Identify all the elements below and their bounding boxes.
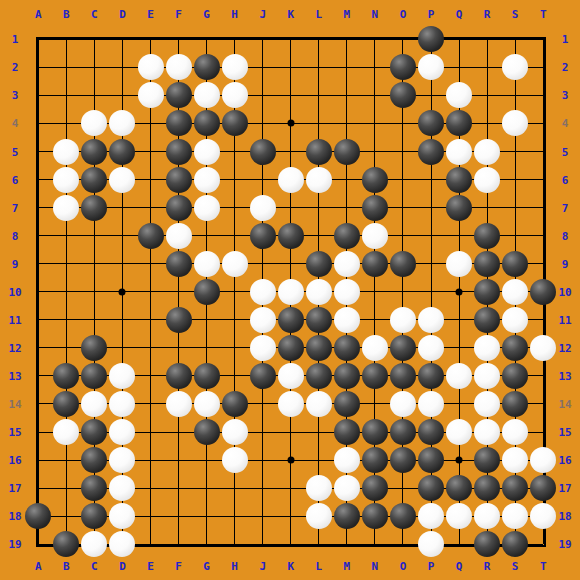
white-stone-P18[interactable] — [418, 503, 444, 529]
column-label-top-G: G — [203, 8, 210, 21]
white-stone-J10[interactable] — [250, 279, 276, 305]
row-label-left-5: 5 — [12, 145, 19, 158]
black-stone-S19[interactable] — [502, 531, 528, 557]
row-label-left-18: 18 — [8, 510, 21, 523]
white-stone-M16[interactable] — [334, 447, 360, 473]
column-label-top-J: J — [259, 8, 266, 21]
black-stone-O9[interactable] — [390, 251, 416, 277]
black-stone-R16[interactable] — [474, 447, 500, 473]
black-stone-K11[interactable] — [278, 307, 304, 333]
white-stone-C4[interactable] — [81, 110, 107, 136]
black-stone-F3[interactable] — [166, 82, 192, 108]
white-stone-H2[interactable] — [222, 54, 248, 80]
black-stone-M5[interactable] — [334, 139, 360, 165]
white-stone-D4[interactable] — [109, 110, 135, 136]
white-stone-B7[interactable] — [53, 195, 79, 221]
white-stone-J11[interactable] — [250, 307, 276, 333]
white-stone-R5[interactable] — [474, 139, 500, 165]
column-label-top-H: H — [231, 8, 238, 21]
white-stone-Q13[interactable] — [446, 363, 472, 389]
white-stone-G14[interactable] — [194, 391, 220, 417]
column-label-bottom-S: S — [512, 560, 519, 573]
white-stone-G7[interactable] — [194, 195, 220, 221]
column-label-top-C: C — [91, 8, 98, 21]
black-stone-L5[interactable] — [306, 139, 332, 165]
white-stone-R15[interactable] — [474, 419, 500, 445]
white-stone-J7[interactable] — [250, 195, 276, 221]
black-stone-J13[interactable] — [250, 363, 276, 389]
column-label-bottom-N: N — [372, 560, 379, 573]
white-stone-D13[interactable] — [109, 363, 135, 389]
white-stone-K6[interactable] — [278, 167, 304, 193]
black-stone-H14[interactable] — [222, 391, 248, 417]
white-stone-R6[interactable] — [474, 167, 500, 193]
column-label-top-T: T — [540, 8, 547, 21]
column-label-top-O: O — [400, 8, 407, 21]
row-label-left-11: 11 — [8, 313, 21, 326]
white-stone-S4[interactable] — [502, 110, 528, 136]
row-label-left-9: 9 — [12, 257, 19, 270]
black-stone-C6[interactable] — [81, 167, 107, 193]
white-stone-D17[interactable] — [109, 475, 135, 501]
white-stone-F2[interactable] — [166, 54, 192, 80]
black-stone-O3[interactable] — [390, 82, 416, 108]
white-stone-C14[interactable] — [81, 391, 107, 417]
column-label-bottom-B: B — [63, 560, 70, 573]
row-label-left-10: 10 — [8, 285, 21, 298]
black-stone-O12[interactable] — [390, 335, 416, 361]
row-label-right-5: 5 — [562, 145, 569, 158]
white-stone-P19[interactable] — [418, 531, 444, 557]
black-stone-B13[interactable] — [53, 363, 79, 389]
white-stone-P12[interactable] — [418, 335, 444, 361]
black-stone-J8[interactable] — [250, 223, 276, 249]
black-stone-Q6[interactable] — [446, 167, 472, 193]
black-stone-F9[interactable] — [166, 251, 192, 277]
white-stone-S11[interactable] — [502, 307, 528, 333]
white-stone-K13[interactable] — [278, 363, 304, 389]
white-stone-E2[interactable] — [138, 54, 164, 80]
row-label-left-6: 6 — [12, 173, 19, 186]
white-stone-R14[interactable] — [474, 391, 500, 417]
black-stone-N16[interactable] — [362, 447, 388, 473]
black-stone-S13[interactable] — [502, 363, 528, 389]
black-stone-M14[interactable] — [334, 391, 360, 417]
black-stone-O15[interactable] — [390, 419, 416, 445]
white-stone-L6[interactable] — [306, 167, 332, 193]
row-label-right-1: 1 — [562, 33, 569, 46]
row-label-left-12: 12 — [8, 341, 21, 354]
row-label-right-10: 10 — [558, 285, 571, 298]
black-stone-Q7[interactable] — [446, 195, 472, 221]
column-label-bottom-J: J — [259, 560, 266, 573]
white-stone-K14[interactable] — [278, 391, 304, 417]
row-label-right-18: 18 — [558, 510, 571, 523]
white-stone-M9[interactable] — [334, 251, 360, 277]
black-stone-M13[interactable] — [334, 363, 360, 389]
white-stone-F8[interactable] — [166, 223, 192, 249]
black-stone-P13[interactable] — [418, 363, 444, 389]
hoshi-point-Q10 — [456, 288, 463, 295]
black-stone-O18[interactable] — [390, 503, 416, 529]
white-stone-R18[interactable] — [474, 503, 500, 529]
column-label-bottom-Q: Q — [456, 560, 463, 573]
black-stone-O16[interactable] — [390, 447, 416, 473]
black-stone-G15[interactable] — [194, 419, 220, 445]
white-stone-T16[interactable] — [530, 447, 556, 473]
white-stone-G3[interactable] — [194, 82, 220, 108]
row-label-right-9: 9 — [562, 257, 569, 270]
row-label-right-13: 13 — [558, 369, 571, 382]
white-stone-E3[interactable] — [138, 82, 164, 108]
black-stone-N13[interactable] — [362, 363, 388, 389]
white-stone-L10[interactable] — [306, 279, 332, 305]
black-stone-C5[interactable] — [81, 139, 107, 165]
black-stone-M12[interactable] — [334, 335, 360, 361]
black-stone-A18[interactable] — [25, 503, 51, 529]
column-label-top-F: F — [175, 8, 182, 21]
black-stone-F11[interactable] — [166, 307, 192, 333]
column-label-top-E: E — [147, 8, 154, 21]
black-stone-J5[interactable] — [250, 139, 276, 165]
black-stone-R11[interactable] — [474, 307, 500, 333]
black-stone-L9[interactable] — [306, 251, 332, 277]
hoshi-point-K16 — [287, 457, 294, 464]
column-label-bottom-K: K — [287, 560, 294, 573]
white-stone-L14[interactable] — [306, 391, 332, 417]
column-label-top-P: P — [428, 8, 435, 21]
hoshi-point-K4 — [287, 120, 294, 127]
black-stone-R19[interactable] — [474, 531, 500, 557]
white-stone-B15[interactable] — [53, 419, 79, 445]
white-stone-P14[interactable] — [418, 391, 444, 417]
row-label-left-13: 13 — [8, 369, 21, 382]
black-stone-S12[interactable] — [502, 335, 528, 361]
column-label-bottom-M: M — [344, 560, 351, 573]
black-stone-N6[interactable] — [362, 167, 388, 193]
black-stone-G13[interactable] — [194, 363, 220, 389]
black-stone-F13[interactable] — [166, 363, 192, 389]
column-label-bottom-E: E — [147, 560, 154, 573]
white-stone-D14[interactable] — [109, 391, 135, 417]
go-board-app: ABCDEFGHJKLMNOPQRST ABCDEFGHJKLMNOPQRST … — [0, 0, 580, 580]
white-stone-B5[interactable] — [53, 139, 79, 165]
white-stone-R12[interactable] — [474, 335, 500, 361]
column-label-bottom-L: L — [315, 560, 322, 573]
black-stone-B19[interactable] — [53, 531, 79, 557]
column-label-bottom-R: R — [484, 560, 491, 573]
black-stone-T10[interactable] — [530, 279, 556, 305]
column-label-bottom-O: O — [400, 560, 407, 573]
white-stone-H9[interactable] — [222, 251, 248, 277]
column-label-top-N: N — [372, 8, 379, 21]
column-label-bottom-C: C — [91, 560, 98, 573]
black-stone-C7[interactable] — [81, 195, 107, 221]
black-stone-E8[interactable] — [138, 223, 164, 249]
row-label-right-12: 12 — [558, 341, 571, 354]
black-stone-R17[interactable] — [474, 475, 500, 501]
white-stone-M17[interactable] — [334, 475, 360, 501]
black-stone-C16[interactable] — [81, 447, 107, 473]
white-stone-G6[interactable] — [194, 167, 220, 193]
black-stone-C15[interactable] — [81, 419, 107, 445]
black-stone-S9[interactable] — [502, 251, 528, 277]
black-stone-C12[interactable] — [81, 335, 107, 361]
black-stone-N7[interactable] — [362, 195, 388, 221]
white-stone-G9[interactable] — [194, 251, 220, 277]
white-stone-M11[interactable] — [334, 307, 360, 333]
black-stone-P1[interactable] — [418, 26, 444, 52]
row-label-left-4: 4 — [12, 117, 19, 130]
row-label-left-14: 14 — [8, 397, 21, 410]
row-label-right-14: 14 — [558, 397, 571, 410]
black-stone-O2[interactable] — [390, 54, 416, 80]
white-stone-H15[interactable] — [222, 419, 248, 445]
column-label-top-M: M — [344, 8, 351, 21]
black-stone-P15[interactable] — [418, 419, 444, 445]
black-stone-D5[interactable] — [109, 139, 135, 165]
column-label-bottom-D: D — [119, 560, 126, 573]
white-stone-O14[interactable] — [390, 391, 416, 417]
black-stone-R8[interactable] — [474, 223, 500, 249]
black-stone-C18[interactable] — [81, 503, 107, 529]
white-stone-R13[interactable] — [474, 363, 500, 389]
row-label-right-2: 2 — [562, 61, 569, 74]
white-stone-K10[interactable] — [278, 279, 304, 305]
black-stone-L11[interactable] — [306, 307, 332, 333]
black-stone-L13[interactable] — [306, 363, 332, 389]
white-stone-Q5[interactable] — [446, 139, 472, 165]
column-label-top-K: K — [287, 8, 294, 21]
white-stone-D18[interactable] — [109, 503, 135, 529]
black-stone-P4[interactable] — [418, 110, 444, 136]
black-stone-N18[interactable] — [362, 503, 388, 529]
row-label-left-16: 16 — [8, 454, 21, 467]
white-stone-S10[interactable] — [502, 279, 528, 305]
row-label-right-4: 4 — [562, 117, 569, 130]
black-stone-F4[interactable] — [166, 110, 192, 136]
row-label-right-3: 3 — [562, 89, 569, 102]
white-stone-H16[interactable] — [222, 447, 248, 473]
black-stone-G10[interactable] — [194, 279, 220, 305]
row-label-left-17: 17 — [8, 482, 21, 495]
black-stone-G2[interactable] — [194, 54, 220, 80]
black-stone-S14[interactable] — [502, 391, 528, 417]
white-stone-C19[interactable] — [81, 531, 107, 557]
black-stone-K12[interactable] — [278, 335, 304, 361]
black-stone-O13[interactable] — [390, 363, 416, 389]
column-label-top-B: B — [63, 8, 70, 21]
column-label-top-Q: Q — [456, 8, 463, 21]
black-stone-M8[interactable] — [334, 223, 360, 249]
black-stone-L12[interactable] — [306, 335, 332, 361]
column-label-bottom-G: G — [203, 560, 210, 573]
black-stone-N15[interactable] — [362, 419, 388, 445]
column-label-top-A: A — [35, 8, 42, 21]
hoshi-point-Q16 — [456, 457, 463, 464]
white-stone-O11[interactable] — [390, 307, 416, 333]
white-stone-G5[interactable] — [194, 139, 220, 165]
black-stone-B14[interactable] — [53, 391, 79, 417]
white-stone-H3[interactable] — [222, 82, 248, 108]
column-label-bottom-T: T — [540, 560, 547, 573]
white-stone-B6[interactable] — [53, 167, 79, 193]
white-stone-P2[interactable] — [418, 54, 444, 80]
black-stone-Q17[interactable] — [446, 475, 472, 501]
black-stone-R10[interactable] — [474, 279, 500, 305]
white-stone-S16[interactable] — [502, 447, 528, 473]
black-stone-F5[interactable] — [166, 139, 192, 165]
black-stone-F7[interactable] — [166, 195, 192, 221]
row-label-left-7: 7 — [12, 201, 19, 214]
black-stone-K8[interactable] — [278, 223, 304, 249]
row-label-right-8: 8 — [562, 229, 569, 242]
column-label-bottom-F: F — [175, 560, 182, 573]
white-stone-L17[interactable] — [306, 475, 332, 501]
hoshi-point-D10 — [119, 288, 126, 295]
white-stone-D16[interactable] — [109, 447, 135, 473]
white-stone-D6[interactable] — [109, 167, 135, 193]
black-stone-T17[interactable] — [530, 475, 556, 501]
black-stone-R9[interactable] — [474, 251, 500, 277]
white-stone-N12[interactable] — [362, 335, 388, 361]
black-stone-C17[interactable] — [81, 475, 107, 501]
column-label-top-R: R — [484, 8, 491, 21]
row-label-left-1: 1 — [12, 33, 19, 46]
black-stone-P17[interactable] — [418, 475, 444, 501]
column-label-top-D: D — [119, 8, 126, 21]
white-stone-S15[interactable] — [502, 419, 528, 445]
row-label-left-8: 8 — [12, 229, 19, 242]
black-stone-C13[interactable] — [81, 363, 107, 389]
black-stone-M18[interactable] — [334, 503, 360, 529]
row-label-left-19: 19 — [8, 538, 21, 551]
white-stone-S18[interactable] — [502, 503, 528, 529]
black-stone-H4[interactable] — [222, 110, 248, 136]
black-stone-N9[interactable] — [362, 251, 388, 277]
white-stone-T18[interactable] — [530, 503, 556, 529]
white-stone-Q9[interactable] — [446, 251, 472, 277]
row-label-right-17: 17 — [558, 482, 571, 495]
row-label-right-7: 7 — [562, 201, 569, 214]
row-label-right-11: 11 — [558, 313, 571, 326]
black-stone-Q4[interactable] — [446, 110, 472, 136]
white-stone-D15[interactable] — [109, 419, 135, 445]
white-stone-F14[interactable] — [166, 391, 192, 417]
column-label-top-L: L — [315, 8, 322, 21]
black-stone-F6[interactable] — [166, 167, 192, 193]
black-stone-P5[interactable] — [418, 139, 444, 165]
black-stone-S17[interactable] — [502, 475, 528, 501]
white-stone-Q18[interactable] — [446, 503, 472, 529]
black-stone-N17[interactable] — [362, 475, 388, 501]
white-stone-L18[interactable] — [306, 503, 332, 529]
white-stone-M10[interactable] — [334, 279, 360, 305]
black-stone-P16[interactable] — [418, 447, 444, 473]
column-label-top-S: S — [512, 8, 519, 21]
white-stone-S2[interactable] — [502, 54, 528, 80]
white-stone-J12[interactable] — [250, 335, 276, 361]
white-stone-Q3[interactable] — [446, 82, 472, 108]
row-label-left-3: 3 — [12, 89, 19, 102]
black-stone-M15[interactable] — [334, 419, 360, 445]
row-label-right-15: 15 — [558, 426, 571, 439]
white-stone-D19[interactable] — [109, 531, 135, 557]
row-label-left-2: 2 — [12, 61, 19, 74]
row-label-right-6: 6 — [562, 173, 569, 186]
black-stone-G4[interactable] — [194, 110, 220, 136]
column-label-bottom-H: H — [231, 560, 238, 573]
row-label-right-16: 16 — [558, 454, 571, 467]
column-label-bottom-A: A — [35, 560, 42, 573]
row-label-left-15: 15 — [8, 426, 21, 439]
white-stone-Q15[interactable] — [446, 419, 472, 445]
white-stone-P11[interactable] — [418, 307, 444, 333]
white-stone-N8[interactable] — [362, 223, 388, 249]
row-label-right-19: 19 — [558, 538, 571, 551]
column-label-bottom-P: P — [428, 560, 435, 573]
white-stone-T12[interactable] — [530, 335, 556, 361]
